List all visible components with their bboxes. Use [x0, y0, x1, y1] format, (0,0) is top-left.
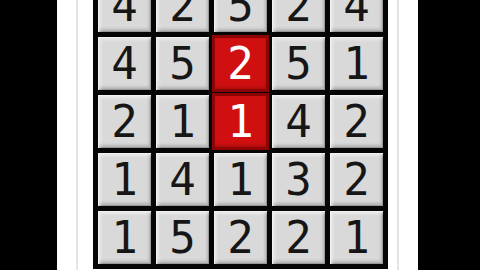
grid-cell-r4c4[interactable]: 3: [272, 153, 325, 206]
grid-cell-r5c2[interactable]: 5: [156, 211, 209, 264]
grid-cell-r1c3[interactable]: 5: [214, 0, 267, 32]
grid-cell-r3c4[interactable]: 4: [272, 95, 325, 148]
grid-cell-r3c2[interactable]: 1: [156, 95, 209, 148]
grid-cell-r1c2[interactable]: 2: [156, 0, 209, 32]
grid-cell-r4c1[interactable]: 1: [98, 153, 151, 206]
grid-cell-r2c2[interactable]: 5: [156, 37, 209, 90]
grid-cell-r2c4[interactable]: 5: [272, 37, 325, 90]
grid-cell-r2c3[interactable]: 2: [212, 35, 269, 92]
grid-cell-r5c4[interactable]: 2: [272, 211, 325, 264]
puzzle-grid: 4252445251211421413215221: [93, 0, 388, 269]
letterbox-right: [418, 0, 480, 270]
grid-cell-r1c5[interactable]: 4: [330, 0, 383, 32]
panel-edge-line-left: [76, 0, 78, 270]
screen: 4252445251211421413215221: [0, 0, 480, 270]
grid-cell-r3c1[interactable]: 2: [98, 95, 151, 148]
grid-cell-r3c5[interactable]: 2: [330, 95, 383, 148]
grid-cell-r4c3[interactable]: 1: [214, 153, 267, 206]
grid-cell-r5c5[interactable]: 1: [330, 211, 383, 264]
grid-cell-r1c1[interactable]: 4: [98, 0, 151, 32]
grid-cell-r1c4[interactable]: 2: [272, 0, 325, 32]
grid-cell-r4c2[interactable]: 4: [156, 153, 209, 206]
grid-cell-r2c1[interactable]: 4: [98, 37, 151, 90]
grid-cell-r3c3[interactable]: 1: [212, 93, 269, 150]
grid-cell-r5c3[interactable]: 2: [214, 211, 267, 264]
grid-cell-r2c5[interactable]: 1: [330, 37, 383, 90]
letterbox-left: [0, 0, 57, 270]
panel-edge-line-right: [397, 0, 399, 270]
grid-cell-r5c1[interactable]: 1: [98, 211, 151, 264]
grid-cell-r4c5[interactable]: 2: [330, 153, 383, 206]
video-panel: 4252445251211421413215221: [57, 0, 418, 270]
